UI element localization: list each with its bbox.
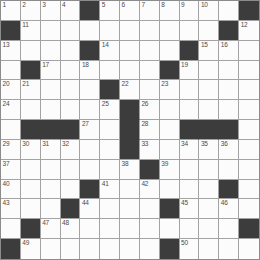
- clue-number: 2: [22, 1, 25, 9]
- clue-number: 14: [102, 41, 109, 49]
- cell[interactable]: [219, 160, 239, 180]
- crossword-grid: 1234567891011121314151617181920212223242…: [0, 0, 260, 260]
- cell[interactable]: [41, 239, 61, 259]
- black-cell: [61, 199, 81, 219]
- clue-number: 12: [241, 21, 248, 29]
- cell[interactable]: [100, 239, 120, 259]
- clue-number: 42: [141, 180, 148, 188]
- black-cell: [21, 219, 41, 239]
- clue-number: 23: [161, 80, 168, 88]
- clue-number: 1: [3, 1, 6, 9]
- cell[interactable]: 1: [1, 1, 21, 21]
- cell[interactable]: [41, 199, 61, 219]
- clue-number: 27: [82, 120, 89, 128]
- cell[interactable]: 2: [21, 1, 41, 21]
- cell[interactable]: 21: [21, 80, 41, 100]
- cell[interactable]: [140, 80, 160, 100]
- cell[interactable]: [120, 219, 140, 239]
- cell[interactable]: [239, 80, 259, 100]
- cell[interactable]: 11: [21, 21, 41, 41]
- clue-number: 10: [201, 1, 208, 9]
- black-cell: [219, 21, 239, 41]
- clue-number: 9: [181, 1, 184, 9]
- cell[interactable]: [80, 21, 100, 41]
- black-cell: [120, 120, 140, 140]
- clue-number: 7: [141, 1, 144, 9]
- cell[interactable]: [120, 239, 140, 259]
- cell[interactable]: 31: [41, 140, 61, 160]
- clue-number: 29: [3, 140, 10, 148]
- cell[interactable]: [41, 160, 61, 180]
- black-cell: [199, 120, 219, 140]
- cell[interactable]: [239, 199, 259, 219]
- clue-number: 34: [181, 140, 188, 148]
- cell[interactable]: [61, 61, 81, 81]
- cell[interactable]: [21, 100, 41, 120]
- black-cell: [239, 1, 259, 21]
- cell[interactable]: [199, 160, 219, 180]
- clue-number: 47: [42, 219, 49, 227]
- cell[interactable]: [219, 219, 239, 239]
- cell[interactable]: [160, 21, 180, 41]
- cell[interactable]: [80, 140, 100, 160]
- clue-number: 8: [161, 1, 164, 9]
- cell[interactable]: [100, 61, 120, 81]
- clue-number: 36: [221, 140, 228, 148]
- cell[interactable]: 48: [61, 219, 81, 239]
- clue-number: 18: [82, 61, 89, 69]
- clue-number: 13: [3, 41, 10, 49]
- clue-number: 38: [122, 160, 129, 168]
- cell[interactable]: 12: [239, 21, 259, 41]
- clue-number: 22: [122, 80, 129, 88]
- cell[interactable]: [61, 21, 81, 41]
- cell[interactable]: [140, 239, 160, 259]
- cell[interactable]: [239, 41, 259, 61]
- cell[interactable]: 50: [180, 239, 200, 259]
- cell[interactable]: [41, 41, 61, 61]
- clue-number: 17: [42, 61, 49, 69]
- cell[interactable]: 6: [120, 1, 140, 21]
- clue-number: 6: [122, 1, 125, 9]
- cell[interactable]: 43: [1, 199, 21, 219]
- cell[interactable]: 24: [1, 100, 21, 120]
- clue-number: 5: [102, 1, 105, 9]
- cell[interactable]: 38: [120, 160, 140, 180]
- cell[interactable]: 34: [180, 140, 200, 160]
- cell[interactable]: [160, 219, 180, 239]
- cell[interactable]: [120, 61, 140, 81]
- cell[interactable]: 4: [61, 1, 81, 21]
- cell[interactable]: 32: [61, 140, 81, 160]
- black-cell: [1, 239, 21, 259]
- cell[interactable]: 30: [21, 140, 41, 160]
- cell[interactable]: [100, 120, 120, 140]
- clue-number: 31: [42, 140, 49, 148]
- clue-number: 41: [102, 180, 109, 188]
- cell[interactable]: [80, 80, 100, 100]
- black-cell: [21, 61, 41, 81]
- cell[interactable]: 33: [140, 140, 160, 160]
- clue-number: 46: [221, 199, 228, 207]
- cell[interactable]: 36: [219, 140, 239, 160]
- cell[interactable]: [61, 239, 81, 259]
- cell[interactable]: [180, 180, 200, 200]
- cell[interactable]: 44: [80, 199, 100, 219]
- clue-number: 43: [3, 199, 10, 207]
- cell[interactable]: [21, 199, 41, 219]
- cell[interactable]: [120, 41, 140, 61]
- cell[interactable]: [140, 21, 160, 41]
- cell[interactable]: [239, 160, 259, 180]
- clue-number: 20: [3, 80, 10, 88]
- cell[interactable]: [239, 120, 259, 140]
- black-cell: [140, 160, 160, 180]
- cell[interactable]: [239, 100, 259, 120]
- clue-number: 28: [141, 120, 148, 128]
- black-cell: [1, 21, 21, 41]
- cell[interactable]: [1, 219, 21, 239]
- black-cell: [180, 41, 200, 61]
- clue-number: 33: [141, 140, 148, 148]
- cell[interactable]: 28: [140, 120, 160, 140]
- clue-number: 24: [3, 100, 10, 108]
- black-cell: [239, 219, 259, 239]
- cell[interactable]: [199, 100, 219, 120]
- cell[interactable]: [180, 100, 200, 120]
- cell[interactable]: 47: [41, 219, 61, 239]
- cell[interactable]: [219, 239, 239, 259]
- cell[interactable]: [140, 219, 160, 239]
- cell[interactable]: 14: [100, 41, 120, 61]
- cell[interactable]: 18: [80, 61, 100, 81]
- cell[interactable]: [160, 100, 180, 120]
- cell[interactable]: [140, 199, 160, 219]
- clue-number: 37: [3, 160, 10, 168]
- cell[interactable]: [80, 100, 100, 120]
- clue-number: 16: [221, 41, 228, 49]
- clue-number: 48: [62, 219, 69, 227]
- cell[interactable]: [199, 21, 219, 41]
- black-cell: [80, 180, 100, 200]
- cell[interactable]: 23: [160, 80, 180, 100]
- cell[interactable]: [41, 100, 61, 120]
- cell[interactable]: [41, 80, 61, 100]
- cell[interactable]: 16: [219, 41, 239, 61]
- cell[interactable]: [100, 21, 120, 41]
- cell[interactable]: 20: [1, 80, 21, 100]
- clue-number: 50: [181, 239, 188, 247]
- clue-number: 45: [181, 199, 188, 207]
- clue-number: 4: [62, 1, 65, 9]
- cell[interactable]: [160, 180, 180, 200]
- cell[interactable]: 19: [180, 61, 200, 81]
- clue-number: 15: [201, 41, 208, 49]
- cell[interactable]: 46: [219, 199, 239, 219]
- cell[interactable]: [199, 239, 219, 259]
- black-cell: [219, 120, 239, 140]
- black-cell: [41, 120, 61, 140]
- clue-number: 30: [22, 140, 29, 148]
- cell[interactable]: [21, 180, 41, 200]
- cell[interactable]: 40: [1, 180, 21, 200]
- cell[interactable]: 29: [1, 140, 21, 160]
- cell[interactable]: 49: [21, 239, 41, 259]
- clue-number: 11: [22, 21, 28, 29]
- cell[interactable]: [199, 180, 219, 200]
- cell[interactable]: 7: [140, 1, 160, 21]
- clue-number: 40: [3, 180, 10, 188]
- cell[interactable]: [80, 219, 100, 239]
- black-cell: [219, 180, 239, 200]
- cell[interactable]: [239, 180, 259, 200]
- cell[interactable]: [100, 219, 120, 239]
- cell[interactable]: [61, 160, 81, 180]
- clue-number: 26: [141, 100, 148, 108]
- cell[interactable]: 25: [100, 100, 120, 120]
- cell[interactable]: [219, 80, 239, 100]
- black-cell: [120, 140, 140, 160]
- clue-number: 19: [181, 61, 188, 69]
- cell[interactable]: [180, 160, 200, 180]
- cell[interactable]: [160, 140, 180, 160]
- cell[interactable]: [100, 199, 120, 219]
- black-cell: [180, 120, 200, 140]
- cell[interactable]: [219, 1, 239, 21]
- cell[interactable]: [199, 219, 219, 239]
- black-cell: [160, 239, 180, 259]
- clue-number: 3: [42, 1, 45, 9]
- cell[interactable]: [80, 239, 100, 259]
- cell[interactable]: [160, 120, 180, 140]
- cell[interactable]: 45: [180, 199, 200, 219]
- cell[interactable]: 13: [1, 41, 21, 61]
- cell[interactable]: [100, 140, 120, 160]
- cell[interactable]: [140, 61, 160, 81]
- cell[interactable]: [140, 41, 160, 61]
- cell[interactable]: 17: [41, 61, 61, 81]
- clue-number: 44: [82, 199, 89, 207]
- cell[interactable]: [199, 199, 219, 219]
- black-cell: [80, 1, 100, 21]
- cell[interactable]: 8: [160, 1, 180, 21]
- cell[interactable]: [199, 80, 219, 100]
- cell[interactable]: [239, 140, 259, 160]
- cell[interactable]: 35: [199, 140, 219, 160]
- black-cell: [120, 100, 140, 120]
- cell[interactable]: [180, 21, 200, 41]
- cell[interactable]: [180, 80, 200, 100]
- cell[interactable]: 5: [100, 1, 120, 21]
- cell[interactable]: [160, 41, 180, 61]
- clue-number: 35: [201, 140, 208, 148]
- cell[interactable]: [1, 61, 21, 81]
- cell[interactable]: [41, 180, 61, 200]
- clue-number: 32: [62, 140, 69, 148]
- cell[interactable]: 26: [140, 100, 160, 120]
- black-cell: [100, 80, 120, 100]
- black-cell: [21, 120, 41, 140]
- cell[interactable]: [1, 120, 21, 140]
- clue-number: 49: [22, 239, 29, 247]
- cell[interactable]: [180, 219, 200, 239]
- clue-number: 39: [161, 160, 168, 168]
- cell[interactable]: 15: [199, 41, 219, 61]
- cell[interactable]: [239, 61, 259, 81]
- cell[interactable]: [219, 100, 239, 120]
- cell[interactable]: [61, 41, 81, 61]
- black-cell: [160, 199, 180, 219]
- cell[interactable]: [219, 61, 239, 81]
- cell[interactable]: 10: [199, 1, 219, 21]
- cell[interactable]: 3: [41, 1, 61, 21]
- cell[interactable]: [61, 180, 81, 200]
- cell[interactable]: [100, 160, 120, 180]
- cell[interactable]: 41: [100, 180, 120, 200]
- cell[interactable]: [120, 199, 140, 219]
- cell[interactable]: [61, 80, 81, 100]
- clue-number: 25: [102, 100, 109, 108]
- cell[interactable]: [80, 160, 100, 180]
- cell[interactable]: 37: [1, 160, 21, 180]
- clue-number: 21: [22, 80, 29, 88]
- cell[interactable]: 39: [160, 160, 180, 180]
- cell[interactable]: [199, 61, 219, 81]
- cell[interactable]: [21, 160, 41, 180]
- cell[interactable]: [120, 180, 140, 200]
- cell[interactable]: 27: [80, 120, 100, 140]
- cell[interactable]: [41, 21, 61, 41]
- cell[interactable]: [61, 100, 81, 120]
- cell[interactable]: 22: [120, 80, 140, 100]
- black-cell: [160, 61, 180, 81]
- cell[interactable]: [239, 239, 259, 259]
- black-cell: [61, 120, 81, 140]
- cell[interactable]: 42: [140, 180, 160, 200]
- black-cell: [80, 41, 100, 61]
- cell[interactable]: [21, 41, 41, 61]
- cell[interactable]: 9: [180, 1, 200, 21]
- cell[interactable]: [120, 21, 140, 41]
